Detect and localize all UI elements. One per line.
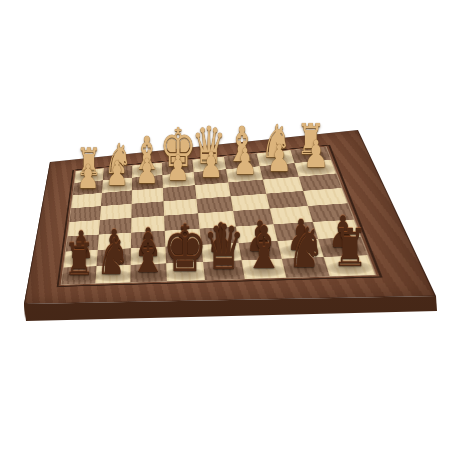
square-c7[interactable] [239,241,282,260]
square-e7[interactable] [165,245,203,264]
square-b6[interactable] [274,222,319,241]
square-g7[interactable] [97,248,131,266]
square-d7[interactable] [201,243,241,262]
square-f6[interactable] [131,231,165,249]
square-e8[interactable] [166,262,205,281]
scene-caption: Wooden Staunton chess set in the standar… [0,0,1,1]
square-a6[interactable] [313,220,361,239]
square-b7[interactable] [278,239,324,259]
product-photo-scene: Wooden Staunton chess set in the standar… [0,0,452,452]
square-a8[interactable] [324,255,375,276]
square-d6[interactable] [200,227,239,245]
square-h8[interactable] [62,266,97,284]
square-d8[interactable] [203,260,245,280]
square-f7[interactable] [131,247,166,265]
square-c6[interactable] [236,224,278,243]
square-b8[interactable] [282,257,330,278]
square-h7[interactable] [64,250,98,268]
square-f8[interactable] [130,263,167,282]
square-c8[interactable] [242,259,287,279]
board-grid [62,147,375,285]
board-inlay-line [57,145,383,287]
square-a7[interactable] [318,237,367,257]
square-g8[interactable] [95,265,130,284]
square-e6[interactable] [165,229,202,247]
square-g6[interactable] [98,233,131,250]
chess-board [24,130,436,304]
square-h6[interactable] [66,235,99,252]
